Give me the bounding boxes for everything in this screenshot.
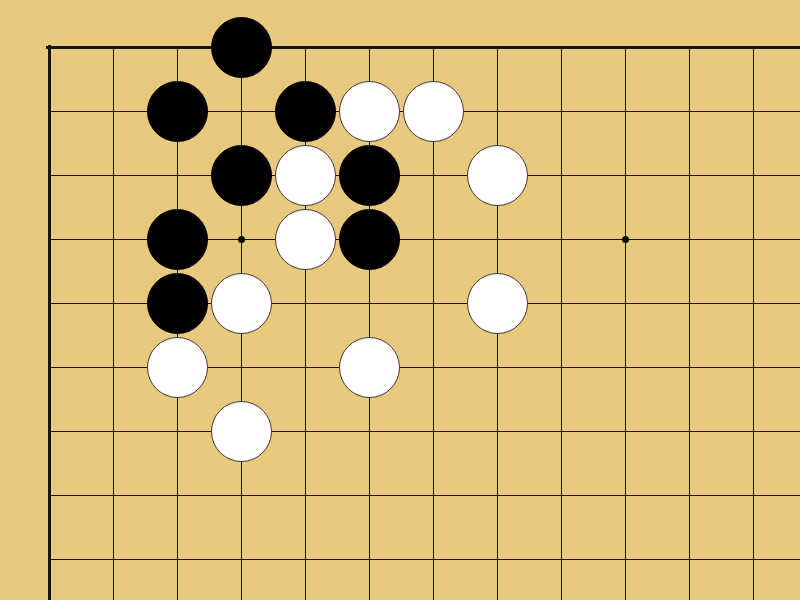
black-stone-C18: ●: [147, 81, 208, 142]
white-stone-H15: ○: [467, 273, 528, 334]
black-stone-D17: ●: [211, 145, 272, 206]
black-stone-E18: ●: [275, 81, 336, 142]
go-board[interactable]: ●●●○○●○●○●○●●○○○○○: [0, 0, 800, 600]
black-stone-D19: ●: [211, 17, 272, 78]
stone-grid: ●●●○○●○●○●○●●○○○○○: [17, 15, 785, 591]
white-stone-E16: ○: [275, 209, 336, 270]
black-stone-F16: ●: [339, 209, 400, 270]
white-stone-H17: ○: [467, 145, 528, 206]
white-stone-C14: ○: [147, 337, 208, 398]
white-stone-F14: ○: [339, 337, 400, 398]
white-stone-D15: ○: [211, 273, 272, 334]
white-stone-F18: ○: [339, 81, 400, 142]
black-stone-C16: ●: [147, 209, 208, 270]
white-stone-G18: ○: [403, 81, 464, 142]
white-stone-E17: ○: [275, 145, 336, 206]
white-stone-D13: ○: [211, 401, 272, 462]
black-stone-C15: ●: [147, 273, 208, 334]
black-stone-F17: ●: [339, 145, 400, 206]
